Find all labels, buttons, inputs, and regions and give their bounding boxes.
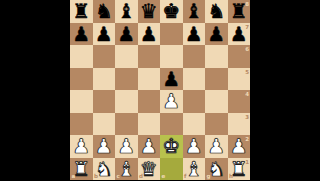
file-label-d: d	[139, 173, 143, 179]
square-a6[interactable]	[70, 45, 93, 68]
file-label-h: h	[229, 173, 233, 179]
square-b8[interactable]: ♞	[93, 0, 116, 23]
file-label-g: g	[207, 173, 211, 179]
rank-label-6: 6	[245, 46, 249, 52]
square-d8[interactable]: ♛	[138, 0, 161, 23]
square-f1[interactable]: ♝f	[183, 158, 206, 181]
black-pawn[interactable]: ♟	[183, 23, 206, 46]
rank-label-1: 1	[245, 159, 249, 165]
square-c2[interactable]: ♟	[115, 135, 138, 158]
black-pawn[interactable]: ♟	[70, 23, 93, 46]
file-label-b: b	[94, 173, 98, 179]
rank-label-2: 2	[245, 136, 249, 142]
square-a3[interactable]	[70, 113, 93, 136]
square-e2[interactable]: ♚	[160, 135, 183, 158]
square-e3[interactable]	[160, 113, 183, 136]
black-pawn[interactable]: ♟	[205, 23, 228, 46]
black-rook[interactable]: ♜	[70, 0, 93, 23]
square-h1[interactable]: ♜1h	[228, 158, 251, 181]
rank-label-8: 8	[245, 1, 249, 7]
square-c3[interactable]	[115, 113, 138, 136]
square-a5[interactable]	[70, 68, 93, 91]
square-f5[interactable]	[183, 68, 206, 91]
black-bishop[interactable]: ♝	[183, 0, 206, 23]
square-e1[interactable]: e	[160, 158, 183, 181]
square-g2[interactable]: ♟	[205, 135, 228, 158]
white-pawn[interactable]: ♟	[205, 135, 228, 158]
square-b5[interactable]	[93, 68, 116, 91]
square-f7[interactable]: ♟	[183, 23, 206, 46]
square-b1[interactable]: ♞b	[93, 158, 116, 181]
rank-label-3: 3	[245, 114, 249, 120]
black-pawn[interactable]: ♟	[160, 68, 183, 91]
square-d7[interactable]: ♟	[138, 23, 161, 46]
rank-label-7: 7	[245, 24, 249, 30]
white-pawn[interactable]: ♟	[93, 135, 116, 158]
square-f8[interactable]: ♝	[183, 0, 206, 23]
square-h7[interactable]: ♟7	[228, 23, 251, 46]
square-e8[interactable]: ♚	[160, 0, 183, 23]
black-knight[interactable]: ♞	[205, 0, 228, 23]
square-a1[interactable]: ♜a	[70, 158, 93, 181]
square-g8[interactable]: ♞	[205, 0, 228, 23]
square-c1[interactable]: ♝c	[115, 158, 138, 181]
rank-label-5: 5	[245, 69, 249, 75]
square-f4[interactable]	[183, 90, 206, 113]
square-d4[interactable]	[138, 90, 161, 113]
square-e4[interactable]: ♟	[160, 90, 183, 113]
square-c6[interactable]	[115, 45, 138, 68]
square-f3[interactable]	[183, 113, 206, 136]
square-b6[interactable]	[93, 45, 116, 68]
square-d3[interactable]	[138, 113, 161, 136]
square-a4[interactable]	[70, 90, 93, 113]
square-h5[interactable]: 5	[228, 68, 251, 91]
video-frame: ♜♞♝♛♚♝♞♜8♟♟♟♟♟♟♟76♟5♟43♟♟♟♟♚♟♟♟2♜a♞b♝c♛d…	[0, 0, 320, 180]
square-h2[interactable]: ♟2	[228, 135, 251, 158]
square-b2[interactable]: ♟	[93, 135, 116, 158]
white-pawn[interactable]: ♟	[115, 135, 138, 158]
square-f6[interactable]	[183, 45, 206, 68]
square-h3[interactable]: 3	[228, 113, 251, 136]
black-bishop[interactable]: ♝	[115, 0, 138, 23]
square-a2[interactable]: ♟	[70, 135, 93, 158]
white-pawn[interactable]: ♟	[70, 135, 93, 158]
square-g4[interactable]	[205, 90, 228, 113]
black-king[interactable]: ♚	[160, 0, 183, 23]
square-a7[interactable]: ♟	[70, 23, 93, 46]
square-h8[interactable]: ♜8	[228, 0, 251, 23]
black-pawn[interactable]: ♟	[93, 23, 116, 46]
white-pawn[interactable]: ♟	[160, 90, 183, 113]
square-c4[interactable]	[115, 90, 138, 113]
square-d1[interactable]: ♛d	[138, 158, 161, 181]
square-g3[interactable]	[205, 113, 228, 136]
white-king[interactable]: ♚	[160, 135, 183, 158]
black-pawn[interactable]: ♟	[138, 23, 161, 46]
square-d5[interactable]	[138, 68, 161, 91]
square-c8[interactable]: ♝	[115, 0, 138, 23]
square-h6[interactable]: 6	[228, 45, 251, 68]
file-label-a: a	[72, 173, 76, 179]
black-queen[interactable]: ♛	[138, 0, 161, 23]
square-a8[interactable]: ♜	[70, 0, 93, 23]
square-h4[interactable]: 4	[228, 90, 251, 113]
rank-label-4: 4	[245, 91, 249, 97]
square-e5[interactable]: ♟	[160, 68, 183, 91]
square-d6[interactable]	[138, 45, 161, 68]
black-knight[interactable]: ♞	[93, 0, 116, 23]
square-e6[interactable]	[160, 45, 183, 68]
square-b7[interactable]: ♟	[93, 23, 116, 46]
square-c7[interactable]: ♟	[115, 23, 138, 46]
chess-board: ♜♞♝♛♚♝♞♜8♟♟♟♟♟♟♟76♟5♟43♟♟♟♟♚♟♟♟2♜a♞b♝c♛d…	[70, 0, 250, 180]
square-b4[interactable]	[93, 90, 116, 113]
square-g1[interactable]: ♞g	[205, 158, 228, 181]
file-label-f: f	[184, 173, 186, 179]
square-g7[interactable]: ♟	[205, 23, 228, 46]
black-pawn[interactable]: ♟	[115, 23, 138, 46]
file-label-c: c	[117, 173, 120, 179]
white-pawn[interactable]: ♟	[183, 135, 206, 158]
square-e7[interactable]	[160, 23, 183, 46]
square-g5[interactable]	[205, 68, 228, 91]
square-f2[interactable]: ♟	[183, 135, 206, 158]
square-d2[interactable]: ♟	[138, 135, 161, 158]
square-c5[interactable]	[115, 68, 138, 91]
white-pawn[interactable]: ♟	[138, 135, 161, 158]
file-label-e: e	[162, 173, 166, 179]
square-b3[interactable]	[93, 113, 116, 136]
square-g6[interactable]	[205, 45, 228, 68]
